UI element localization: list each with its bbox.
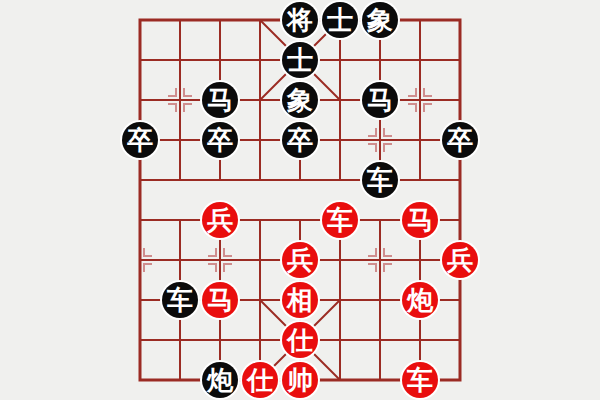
piece-black-soldier[interactable]: 卒 (442, 122, 478, 158)
board-point-3-9[interactable]: 仕 (240, 360, 280, 400)
board-point-8-2[interactable] (440, 80, 480, 120)
board-point-1-1[interactable] (160, 40, 200, 80)
board-point-5-2[interactable] (320, 80, 360, 120)
piece-red-advisor[interactable]: 仕 (242, 362, 278, 398)
piece-red-general[interactable]: 帅 (282, 362, 318, 398)
board-point-8-3[interactable]: 卒 (440, 120, 480, 160)
board-point-4-4[interactable] (280, 160, 320, 200)
board-point-4-8[interactable]: 仕 (280, 320, 320, 360)
board-point-5-3[interactable] (320, 120, 360, 160)
board-point-3-7[interactable] (240, 280, 280, 320)
piece-black-general[interactable]: 将 (282, 2, 318, 38)
board-point-7-9[interactable]: 车 (400, 360, 440, 400)
board-point-2-1[interactable] (200, 40, 240, 80)
board-point-2-3[interactable]: 卒 (200, 120, 240, 160)
piece-red-soldier[interactable]: 兵 (202, 202, 238, 238)
board-point-8-4[interactable] (440, 160, 480, 200)
board-point-1-4[interactable] (160, 160, 200, 200)
board-point-6-1[interactable] (360, 40, 400, 80)
board-point-1-2[interactable] (160, 80, 200, 120)
board-point-5-6[interactable] (320, 240, 360, 280)
board-point-6-5[interactable] (360, 200, 400, 240)
piece-red-soldier[interactable]: 兵 (282, 242, 318, 278)
board-point-7-5[interactable]: 马 (400, 200, 440, 240)
piece-red-elephant[interactable]: 相 (282, 282, 318, 318)
board-point-0-3[interactable]: 卒 (120, 120, 160, 160)
board-point-1-6[interactable] (160, 240, 200, 280)
board-point-1-9[interactable] (160, 360, 200, 400)
piece-black-cannon[interactable]: 炮 (202, 362, 238, 398)
board-point-6-9[interactable] (360, 360, 400, 400)
board-point-3-4[interactable] (240, 160, 280, 200)
board-point-2-9[interactable]: 炮 (200, 360, 240, 400)
board-point-6-6[interactable] (360, 240, 400, 280)
board-point-7-1[interactable] (400, 40, 440, 80)
board-point-6-0[interactable]: 象 (360, 0, 400, 40)
board-point-7-6[interactable] (400, 240, 440, 280)
board-point-8-6[interactable]: 兵 (440, 240, 480, 280)
board-point-7-3[interactable] (400, 120, 440, 160)
board-point-4-5[interactable] (280, 200, 320, 240)
board-point-0-5[interactable] (120, 200, 160, 240)
board-point-0-6[interactable] (120, 240, 160, 280)
board-point-4-7[interactable]: 相 (280, 280, 320, 320)
board-point-7-4[interactable] (400, 160, 440, 200)
piece-black-soldier[interactable]: 卒 (202, 122, 238, 158)
piece-black-chariot[interactable]: 车 (362, 162, 398, 198)
board-point-1-7[interactable]: 车 (160, 280, 200, 320)
piece-black-elephant[interactable]: 象 (362, 2, 398, 38)
piece-black-soldier[interactable]: 卒 (282, 122, 318, 158)
piece-red-soldier[interactable]: 兵 (442, 242, 478, 278)
board-point-5-5[interactable]: 车 (320, 200, 360, 240)
board-point-5-4[interactable] (320, 160, 360, 200)
board-point-1-5[interactable] (160, 200, 200, 240)
board-point-2-6[interactable] (200, 240, 240, 280)
board-point-0-7[interactable] (120, 280, 160, 320)
piece-black-elephant[interactable]: 象 (282, 82, 318, 118)
board-point-5-9[interactable] (320, 360, 360, 400)
board-point-2-7[interactable]: 马 (200, 280, 240, 320)
board-point-8-5[interactable] (440, 200, 480, 240)
board-point-8-8[interactable] (440, 320, 480, 360)
board-point-6-2[interactable]: 马 (360, 80, 400, 120)
board-point-3-3[interactable] (240, 120, 280, 160)
board-point-4-3[interactable]: 卒 (280, 120, 320, 160)
piece-red-cannon[interactable]: 炮 (402, 282, 438, 318)
piece-black-advisor[interactable]: 士 (282, 42, 318, 78)
board-point-3-0[interactable] (240, 0, 280, 40)
board-point-7-2[interactable] (400, 80, 440, 120)
board-point-6-7[interactable] (360, 280, 400, 320)
xiangqi-screenshot: 将士象士马象马卒卒卒卒车兵车马兵兵车马相炮仕炮仕帅车 (0, 0, 600, 400)
board-point-3-5[interactable] (240, 200, 280, 240)
board-point-2-5[interactable]: 兵 (200, 200, 240, 240)
board-point-0-4[interactable] (120, 160, 160, 200)
board-point-4-0[interactable]: 将 (280, 0, 320, 40)
piece-black-horse[interactable]: 马 (362, 82, 398, 118)
board-point-5-0[interactable]: 士 (320, 0, 360, 40)
piece-black-advisor[interactable]: 士 (322, 2, 358, 38)
board-point-2-0[interactable] (200, 0, 240, 40)
board-point-0-1[interactable] (120, 40, 160, 80)
board-point-4-1[interactable]: 士 (280, 40, 320, 80)
board-point-2-4[interactable] (200, 160, 240, 200)
board-point-3-8[interactable] (240, 320, 280, 360)
board-point-5-1[interactable] (320, 40, 360, 80)
board-point-8-7[interactable] (440, 280, 480, 320)
board-point-0-8[interactable] (120, 320, 160, 360)
board-point-6-8[interactable] (360, 320, 400, 360)
board-point-3-1[interactable] (240, 40, 280, 80)
board-point-4-6[interactable]: 兵 (280, 240, 320, 280)
board-point-2-2[interactable]: 马 (200, 80, 240, 120)
board-point-3-6[interactable] (240, 240, 280, 280)
board-point-8-1[interactable] (440, 40, 480, 80)
board-point-8-0[interactable] (440, 0, 480, 40)
board-point-2-8[interactable] (200, 320, 240, 360)
board-point-1-0[interactable] (160, 0, 200, 40)
board-point-6-3[interactable] (360, 120, 400, 160)
piece-red-chariot[interactable]: 车 (402, 362, 438, 398)
board-point-5-7[interactable] (320, 280, 360, 320)
board-point-5-8[interactable] (320, 320, 360, 360)
board-point-7-8[interactable] (400, 320, 440, 360)
board-point-4-9[interactable]: 帅 (280, 360, 320, 400)
piece-black-soldier[interactable]: 卒 (122, 122, 158, 158)
board-point-0-9[interactable] (120, 360, 160, 400)
board-point-7-0[interactable] (400, 0, 440, 40)
board-point-0-0[interactable] (120, 0, 160, 40)
piece-black-horse[interactable]: 马 (202, 82, 238, 118)
board-point-1-3[interactable] (160, 120, 200, 160)
board-point-3-2[interactable] (240, 80, 280, 120)
piece-red-horse[interactable]: 马 (202, 282, 238, 318)
xiangqi-board: 将士象士马象马卒卒卒卒车兵车马兵兵车马相炮仕炮仕帅车 (0, 0, 600, 400)
pieces-layer: 将士象士马象马卒卒卒卒车兵车马兵兵车马相炮仕炮仕帅车 (120, 0, 480, 400)
piece-red-chariot[interactable]: 车 (322, 202, 358, 238)
piece-black-chariot[interactable]: 车 (162, 282, 198, 318)
board-point-1-8[interactable] (160, 320, 200, 360)
board-point-4-2[interactable]: 象 (280, 80, 320, 120)
board-point-6-4[interactable]: 车 (360, 160, 400, 200)
board-point-7-7[interactable]: 炮 (400, 280, 440, 320)
piece-red-advisor[interactable]: 仕 (282, 322, 318, 358)
board-point-8-9[interactable] (440, 360, 480, 400)
piece-red-horse[interactable]: 马 (402, 202, 438, 238)
board-point-0-2[interactable] (120, 80, 160, 120)
